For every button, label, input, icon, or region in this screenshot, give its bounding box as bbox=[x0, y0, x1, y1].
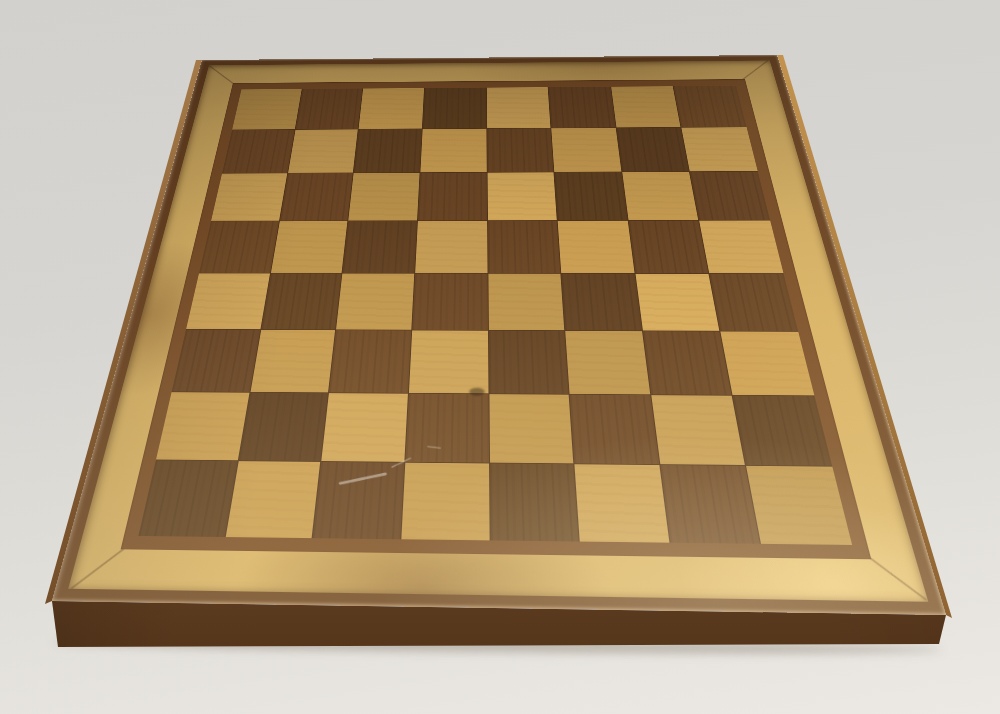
square-b7[interactable] bbox=[288, 129, 358, 173]
square-c7[interactable] bbox=[354, 129, 422, 173]
square-e7[interactable] bbox=[487, 128, 554, 172]
board-grid bbox=[138, 86, 852, 545]
square-g2[interactable] bbox=[651, 395, 745, 465]
square-f5[interactable] bbox=[558, 221, 635, 273]
square-d3[interactable] bbox=[409, 331, 488, 394]
square-f6[interactable] bbox=[554, 172, 627, 220]
floor-shadow bbox=[52, 636, 942, 656]
square-e1[interactable] bbox=[490, 464, 579, 542]
square-b1[interactable] bbox=[225, 461, 320, 538]
square-e8[interactable] bbox=[486, 87, 550, 128]
wood-knot bbox=[469, 388, 484, 396]
square-h6[interactable] bbox=[690, 172, 770, 220]
square-c5[interactable] bbox=[343, 221, 417, 273]
square-h4[interactable] bbox=[710, 274, 798, 332]
square-c2[interactable] bbox=[322, 393, 408, 462]
chessboard bbox=[52, 55, 946, 615]
square-f2[interactable] bbox=[570, 394, 659, 464]
square-h5[interactable] bbox=[699, 220, 783, 272]
square-b8[interactable] bbox=[295, 89, 362, 130]
square-a8[interactable] bbox=[232, 89, 301, 129]
square-h7[interactable] bbox=[682, 127, 758, 171]
square-d4[interactable] bbox=[412, 273, 487, 330]
square-g6[interactable] bbox=[622, 172, 698, 220]
square-d1[interactable] bbox=[401, 463, 489, 540]
square-a5[interactable] bbox=[199, 221, 278, 272]
square-g5[interactable] bbox=[628, 221, 708, 273]
square-e3[interactable] bbox=[488, 331, 568, 394]
square-a7[interactable] bbox=[222, 130, 294, 174]
square-b2[interactable] bbox=[238, 392, 328, 461]
photo-backdrop bbox=[0, 0, 1000, 714]
square-d6[interactable] bbox=[418, 173, 487, 221]
square-c6[interactable] bbox=[349, 173, 420, 220]
square-e2[interactable] bbox=[489, 394, 574, 464]
square-g8[interactable] bbox=[611, 86, 681, 127]
square-h8[interactable] bbox=[674, 86, 747, 127]
square-g1[interactable] bbox=[660, 465, 760, 543]
square-f8[interactable] bbox=[549, 87, 616, 128]
square-c8[interactable] bbox=[359, 88, 424, 129]
square-f7[interactable] bbox=[551, 128, 621, 172]
square-a2[interactable] bbox=[156, 392, 249, 461]
square-d5[interactable] bbox=[415, 221, 487, 273]
square-f3[interactable] bbox=[565, 331, 650, 394]
square-b4[interactable] bbox=[261, 273, 342, 329]
square-g4[interactable] bbox=[635, 273, 719, 330]
square-b5[interactable] bbox=[271, 221, 348, 272]
square-c4[interactable] bbox=[336, 273, 414, 330]
square-f1[interactable] bbox=[575, 465, 670, 543]
square-c3[interactable] bbox=[329, 330, 411, 392]
square-e4[interactable] bbox=[488, 273, 564, 330]
square-d8[interactable] bbox=[423, 88, 486, 129]
square-a6[interactable] bbox=[211, 173, 287, 220]
square-e5[interactable] bbox=[488, 221, 561, 273]
square-g7[interactable] bbox=[616, 127, 689, 171]
square-a4[interactable] bbox=[186, 273, 270, 329]
square-a1[interactable] bbox=[138, 461, 237, 537]
square-d2[interactable] bbox=[405, 393, 488, 462]
square-f4[interactable] bbox=[561, 273, 641, 330]
square-b3[interactable] bbox=[250, 330, 335, 392]
square-e6[interactable] bbox=[487, 173, 557, 221]
square-d7[interactable] bbox=[420, 128, 486, 172]
square-b6[interactable] bbox=[280, 173, 353, 220]
square-g3[interactable] bbox=[643, 331, 732, 394]
square-c1[interactable] bbox=[313, 462, 404, 539]
square-h3[interactable] bbox=[721, 332, 815, 396]
square-a3[interactable] bbox=[172, 330, 260, 392]
